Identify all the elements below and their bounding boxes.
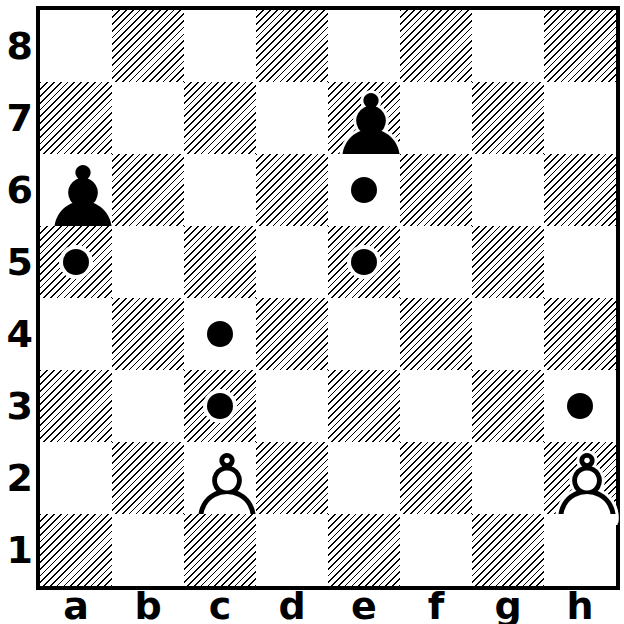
square-h8[interactable] <box>544 10 616 82</box>
rank-label-1: 1 <box>0 514 33 586</box>
square-c2[interactable]: ♟♙ <box>184 442 256 514</box>
square-g5[interactable] <box>472 226 544 298</box>
file-label-h: h <box>544 588 616 624</box>
square-a1[interactable] <box>40 514 112 586</box>
square-b7[interactable] <box>112 82 184 154</box>
rank-label-3: 3 <box>0 370 33 442</box>
file-label-c: c <box>184 588 256 624</box>
square-e7[interactable]: ♟ <box>328 82 400 154</box>
square-g4[interactable] <box>472 298 544 370</box>
black-pawn[interactable]: ♟ <box>328 82 400 154</box>
square-e8[interactable] <box>328 10 400 82</box>
square-d2[interactable] <box>256 442 328 514</box>
square-g6[interactable] <box>472 154 544 226</box>
square-f6[interactable] <box>400 154 472 226</box>
square-e2[interactable] <box>328 442 400 514</box>
square-e1[interactable] <box>328 514 400 586</box>
square-c8[interactable] <box>184 10 256 82</box>
square-c5[interactable] <box>184 226 256 298</box>
square-d1[interactable] <box>256 514 328 586</box>
square-g2[interactable] <box>472 442 544 514</box>
square-g1[interactable] <box>472 514 544 586</box>
rank-label-8: 8 <box>0 10 33 82</box>
square-b6[interactable] <box>112 154 184 226</box>
rank-label-4: 4 <box>0 298 33 370</box>
square-h2[interactable]: ♟♙ <box>544 442 616 514</box>
square-a3[interactable] <box>40 370 112 442</box>
square-d6[interactable] <box>256 154 328 226</box>
move-marker-dot[interactable] <box>567 393 593 419</box>
square-f1[interactable] <box>400 514 472 586</box>
square-g3[interactable] <box>472 370 544 442</box>
square-a5[interactable] <box>40 226 112 298</box>
square-g7[interactable] <box>472 82 544 154</box>
square-c7[interactable] <box>184 82 256 154</box>
square-d8[interactable] <box>256 10 328 82</box>
move-marker-dot[interactable] <box>63 249 89 275</box>
square-h3[interactable] <box>544 370 616 442</box>
square-b1[interactable] <box>112 514 184 586</box>
square-g8[interactable] <box>472 10 544 82</box>
square-d4[interactable] <box>256 298 328 370</box>
square-b3[interactable] <box>112 370 184 442</box>
square-f4[interactable] <box>400 298 472 370</box>
square-d7[interactable] <box>256 82 328 154</box>
square-h6[interactable] <box>544 154 616 226</box>
square-f8[interactable] <box>400 10 472 82</box>
square-e6[interactable] <box>328 154 400 226</box>
square-a2[interactable] <box>40 442 112 514</box>
chessboard: ♟♟♟♙♟♙ <box>36 6 620 590</box>
square-e5[interactable] <box>328 226 400 298</box>
square-f3[interactable] <box>400 370 472 442</box>
square-h5[interactable] <box>544 226 616 298</box>
square-h4[interactable] <box>544 298 616 370</box>
square-d5[interactable] <box>256 226 328 298</box>
square-b2[interactable] <box>112 442 184 514</box>
white-pawn[interactable]: ♟♙ <box>184 442 256 514</box>
square-e3[interactable] <box>328 370 400 442</box>
file-label-b: b <box>112 588 184 624</box>
square-f2[interactable] <box>400 442 472 514</box>
chess-diagram: ♟♟♟♙♟♙ 87654321 abcdefgh <box>0 0 624 624</box>
move-marker-dot[interactable] <box>207 321 233 347</box>
rank-label-5: 5 <box>0 226 33 298</box>
move-marker-dot[interactable] <box>351 177 377 203</box>
file-label-a: a <box>40 588 112 624</box>
square-a4[interactable] <box>40 298 112 370</box>
rank-label-7: 7 <box>0 82 33 154</box>
square-c1[interactable] <box>184 514 256 586</box>
file-label-e: e <box>328 588 400 624</box>
square-b4[interactable] <box>112 298 184 370</box>
file-label-g: g <box>472 588 544 624</box>
square-c3[interactable] <box>184 370 256 442</box>
square-c4[interactable] <box>184 298 256 370</box>
rank-label-2: 2 <box>0 442 33 514</box>
rank-label-6: 6 <box>0 154 33 226</box>
square-a6[interactable]: ♟ <box>40 154 112 226</box>
square-f7[interactable] <box>400 82 472 154</box>
square-b8[interactable] <box>112 10 184 82</box>
square-d3[interactable] <box>256 370 328 442</box>
move-marker-dot[interactable] <box>351 249 377 275</box>
black-pawn[interactable]: ♟ <box>40 154 112 226</box>
square-c6[interactable] <box>184 154 256 226</box>
square-h7[interactable] <box>544 82 616 154</box>
square-h1[interactable] <box>544 514 616 586</box>
square-a7[interactable] <box>40 82 112 154</box>
square-a8[interactable] <box>40 10 112 82</box>
move-marker-dot[interactable] <box>207 393 233 419</box>
white-pawn[interactable]: ♟♙ <box>544 442 616 514</box>
file-label-d: d <box>256 588 328 624</box>
file-label-f: f <box>400 588 472 624</box>
square-e4[interactable] <box>328 298 400 370</box>
square-b5[interactable] <box>112 226 184 298</box>
square-f5[interactable] <box>400 226 472 298</box>
